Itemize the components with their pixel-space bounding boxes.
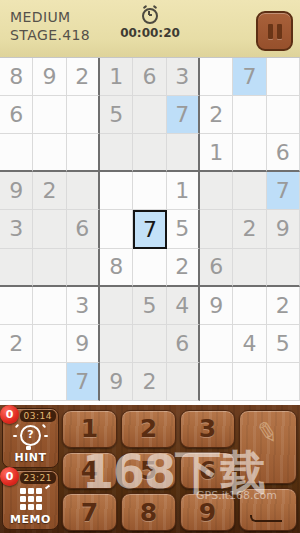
cell-r1c5[interactable]: 6 (133, 58, 166, 96)
cell-r4c2[interactable]: 2 (33, 172, 66, 210)
pause-icon (268, 24, 273, 39)
numpad: 123456789 (62, 410, 235, 531)
eraser-button[interactable] (239, 488, 297, 531)
pencil-icon: ✎ (253, 415, 282, 450)
cell-r5c1[interactable]: 3 (0, 210, 33, 248)
numpad-7[interactable]: 7 (62, 493, 117, 531)
cell-r1c1[interactable]: 8 (0, 58, 33, 96)
cell-r8c6[interactable]: 6 (167, 325, 200, 363)
cell-r4c9[interactable]: 7 (267, 172, 300, 210)
cell-r7c5[interactable]: 5 (133, 287, 166, 325)
cell-r5c3[interactable]: 6 (67, 210, 100, 248)
cell-r2c2[interactable] (33, 96, 66, 134)
cell-r8c3[interactable]: 9 (67, 325, 100, 363)
cell-r1c7[interactable] (200, 58, 233, 96)
cell-r5c8[interactable]: 2 (233, 210, 266, 248)
cell-r8c5[interactable] (133, 325, 166, 363)
cell-r8c4[interactable] (100, 325, 133, 363)
cell-r3c8[interactable] (233, 134, 266, 172)
cell-r4c4[interactable] (100, 172, 133, 210)
numpad-2[interactable]: 2 (121, 410, 176, 448)
sudoku-app: MEDIUM STAGE.418 00:00:20 89216376572169… (0, 0, 300, 533)
memo-grid-icon (3, 488, 58, 510)
cell-r8c7[interactable] (200, 325, 233, 363)
header: MEDIUM STAGE.418 00:00:20 (0, 0, 300, 58)
pencil-button[interactable]: ✎ (239, 410, 297, 484)
memo-label: MEMO (3, 513, 58, 526)
cell-r5c4[interactable] (100, 210, 133, 248)
cell-r1c4[interactable]: 1 (100, 58, 133, 96)
cell-r7c6[interactable]: 4 (167, 287, 200, 325)
numpad-1[interactable]: 1 (62, 410, 117, 448)
cell-r9c4[interactable]: 9 (100, 363, 133, 401)
cell-r6c5[interactable] (133, 249, 166, 287)
hint-cooldown-time: 03:14 (20, 410, 56, 422)
lightbulb-icon: ? (3, 425, 58, 446)
cell-r1c3[interactable]: 2 (67, 58, 100, 96)
cell-r6c3[interactable] (67, 249, 100, 287)
cell-r8c8[interactable]: 4 (233, 325, 266, 363)
cell-r6c1[interactable] (0, 249, 33, 287)
cell-r9c6[interactable] (167, 363, 200, 401)
cell-r7c8[interactable] (233, 287, 266, 325)
header-center: 00:00:20 (0, 8, 300, 40)
cell-r2c4[interactable]: 5 (100, 96, 133, 134)
cell-r5c7[interactable] (200, 210, 233, 248)
cell-r6c9[interactable] (267, 249, 300, 287)
cell-r2c3[interactable] (67, 96, 100, 134)
cell-r8c9[interactable]: 5 (267, 325, 300, 363)
cell-r2c1[interactable]: 6 (0, 96, 33, 134)
cell-r7c3[interactable]: 3 (67, 287, 100, 325)
cell-r7c2[interactable] (33, 287, 66, 325)
cell-r3c9[interactable]: 6 (267, 134, 300, 172)
numpad-6[interactable]: 6 (180, 452, 235, 490)
cell-r6c2[interactable] (33, 249, 66, 287)
cell-r9c2[interactable] (33, 363, 66, 401)
memo-count-badge: 0 (0, 467, 19, 486)
hint-count-badge: 0 (0, 405, 19, 424)
cell-r4c8[interactable] (233, 172, 266, 210)
cell-r3c2[interactable] (33, 134, 66, 172)
cell-r2c9[interactable] (267, 96, 300, 134)
cell-r3c7[interactable]: 1 (200, 134, 233, 172)
cell-r4c3[interactable] (67, 172, 100, 210)
cell-r2c5[interactable] (133, 96, 166, 134)
cell-r7c1[interactable] (0, 287, 33, 325)
cell-r9c7[interactable] (200, 363, 233, 401)
cell-r4c6[interactable]: 1 (167, 172, 200, 210)
cell-r5c2[interactable] (33, 210, 66, 248)
numpad-4[interactable]: 4 (62, 452, 117, 490)
cell-r7c7[interactable]: 9 (200, 287, 233, 325)
cell-r2c7[interactable]: 2 (200, 96, 233, 134)
cell-r1c6[interactable]: 3 (167, 58, 200, 96)
control-panel: 0 03:14 ? HINT 0 23:21 MEMO 123456789 ✎ (0, 405, 300, 533)
numpad-5[interactable]: 5 (121, 452, 176, 490)
cell-r5c5[interactable]: 7 (133, 210, 166, 248)
cell-r7c9[interactable]: 2 (267, 287, 300, 325)
hint-button[interactable]: 0 03:14 ? HINT (2, 408, 59, 468)
cell-r6c4[interactable]: 8 (100, 249, 133, 287)
cell-r1c2[interactable]: 9 (33, 58, 66, 96)
numpad-3[interactable]: 3 (180, 410, 235, 448)
cell-r8c1[interactable]: 2 (0, 325, 33, 363)
cell-r4c7[interactable] (200, 172, 233, 210)
cell-r9c5[interactable]: 2 (133, 363, 166, 401)
alarm-clock-icon (142, 8, 158, 24)
cell-r4c1[interactable]: 9 (0, 172, 33, 210)
cell-r6c8[interactable] (233, 249, 266, 287)
cell-r3c3[interactable] (67, 134, 100, 172)
cell-r3c5[interactable] (133, 134, 166, 172)
cell-r6c7[interactable]: 6 (200, 249, 233, 287)
sudoku-board: 892163765721692173675298263549229645792 (0, 57, 300, 401)
cell-r7c4[interactable] (100, 287, 133, 325)
cell-r5c9[interactable]: 9 (267, 210, 300, 248)
timer-value: 00:00:20 (0, 26, 300, 40)
cell-r5c6[interactable]: 5 (167, 210, 200, 248)
cell-r1c9[interactable] (267, 58, 300, 96)
cell-r9c9[interactable] (267, 363, 300, 401)
numpad-8[interactable]: 8 (121, 493, 176, 531)
cell-r2c6[interactable]: 7 (167, 96, 200, 134)
cell-r3c4[interactable] (100, 134, 133, 172)
cell-r3c1[interactable] (0, 134, 33, 172)
cell-r3c6[interactable] (167, 134, 200, 172)
memo-cooldown-time: 23:21 (20, 472, 56, 484)
pause-button[interactable] (256, 11, 293, 51)
cell-r9c1[interactable] (0, 363, 33, 401)
cell-r2c8[interactable] (233, 96, 266, 134)
cell-r9c8[interactable] (233, 363, 266, 401)
memo-button[interactable]: 0 23:21 MEMO (2, 470, 59, 530)
numpad-9[interactable]: 9 (180, 493, 235, 531)
hint-label: HINT (3, 451, 58, 464)
cell-r9c3[interactable]: 7 (67, 363, 100, 401)
cell-r4c5[interactable] (133, 172, 166, 210)
cell-r6c6[interactable]: 2 (167, 249, 200, 287)
cell-r8c2[interactable] (33, 325, 66, 363)
cell-r1c8[interactable]: 7 (233, 58, 266, 96)
